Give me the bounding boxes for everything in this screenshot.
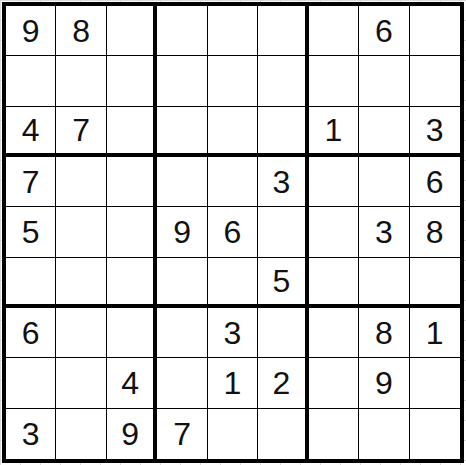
cell-r5c7[interactable] [309, 207, 359, 257]
page: 986471373659638563814129397 [0, 0, 466, 465]
cell-r7c6[interactable] [258, 308, 308, 358]
cell-r3c4[interactable] [157, 107, 207, 157]
cell-r7c1[interactable]: 6 [6, 308, 56, 358]
cell-r8c2[interactable] [56, 358, 106, 408]
cell-r3c5[interactable] [208, 107, 258, 157]
cell-r4c3[interactable] [107, 157, 157, 207]
cell-r2c9[interactable] [410, 56, 460, 106]
cell-r4c6[interactable]: 3 [258, 157, 308, 207]
cell-r5c6[interactable] [258, 207, 308, 257]
cell-r2c3[interactable] [107, 56, 157, 106]
cell-r5c5[interactable]: 6 [208, 207, 258, 257]
cell-r6c7[interactable] [309, 258, 359, 308]
cell-r9c1[interactable]: 3 [6, 409, 56, 459]
cell-r3c7[interactable]: 1 [309, 107, 359, 157]
cell-r7c2[interactable] [56, 308, 106, 358]
cell-r8c8[interactable]: 9 [359, 358, 409, 408]
cell-r1c2[interactable]: 8 [56, 6, 106, 56]
cell-r2c2[interactable] [56, 56, 106, 106]
cell-r6c3[interactable] [107, 258, 157, 308]
cell-r7c4[interactable] [157, 308, 207, 358]
cell-r9c7[interactable] [309, 409, 359, 459]
cell-r6c1[interactable] [6, 258, 56, 308]
cell-r8c7[interactable] [309, 358, 359, 408]
cell-r2c6[interactable] [258, 56, 308, 106]
cell-r9c2[interactable] [56, 409, 106, 459]
cell-r5c1[interactable]: 5 [6, 207, 56, 257]
cell-r7c7[interactable] [309, 308, 359, 358]
cell-r5c8[interactable]: 3 [359, 207, 409, 257]
cell-r4c8[interactable] [359, 157, 409, 207]
cell-r4c7[interactable] [309, 157, 359, 207]
cell-r9c4[interactable]: 7 [157, 409, 207, 459]
cell-r6c9[interactable] [410, 258, 460, 308]
cell-r8c4[interactable] [157, 358, 207, 408]
cell-r8c1[interactable] [6, 358, 56, 408]
cell-r4c2[interactable] [56, 157, 106, 207]
cell-r1c7[interactable] [309, 6, 359, 56]
cell-r4c5[interactable] [208, 157, 258, 207]
cell-r2c1[interactable] [6, 56, 56, 106]
cell-r8c9[interactable] [410, 358, 460, 408]
cell-r9c6[interactable] [258, 409, 308, 459]
cell-r8c5[interactable]: 1 [208, 358, 258, 408]
cell-r5c3[interactable] [107, 207, 157, 257]
cell-r9c3[interactable]: 9 [107, 409, 157, 459]
cell-r9c8[interactable] [359, 409, 409, 459]
cell-r2c4[interactable] [157, 56, 207, 106]
cell-r1c6[interactable] [258, 6, 308, 56]
sudoku-board: 986471373659638563814129397 [2, 2, 464, 463]
cell-r8c6[interactable]: 2 [258, 358, 308, 408]
cell-r2c7[interactable] [309, 56, 359, 106]
cell-r1c8[interactable]: 6 [359, 6, 409, 56]
cell-r1c1[interactable]: 9 [6, 6, 56, 56]
cell-r5c4[interactable]: 9 [157, 207, 207, 257]
cell-r6c5[interactable] [208, 258, 258, 308]
cell-r2c5[interactable] [208, 56, 258, 106]
cell-r2c8[interactable] [359, 56, 409, 106]
cell-r9c9[interactable] [410, 409, 460, 459]
cell-r8c3[interactable]: 4 [107, 358, 157, 408]
cell-r4c1[interactable]: 7 [6, 157, 56, 207]
cell-r1c4[interactable] [157, 6, 207, 56]
cell-r3c2[interactable]: 7 [56, 107, 106, 157]
cell-r9c5[interactable] [208, 409, 258, 459]
cell-r6c4[interactable] [157, 258, 207, 308]
cell-r7c5[interactable]: 3 [208, 308, 258, 358]
cell-r7c8[interactable]: 8 [359, 308, 409, 358]
cell-r1c9[interactable] [410, 6, 460, 56]
cell-r5c2[interactable] [56, 207, 106, 257]
cell-r3c6[interactable] [258, 107, 308, 157]
cell-r3c1[interactable]: 4 [6, 107, 56, 157]
cell-r6c6[interactable]: 5 [258, 258, 308, 308]
cell-r1c5[interactable] [208, 6, 258, 56]
cell-r6c2[interactable] [56, 258, 106, 308]
cell-r3c3[interactable] [107, 107, 157, 157]
cell-r3c8[interactable] [359, 107, 409, 157]
cell-r4c9[interactable]: 6 [410, 157, 460, 207]
cell-r7c9[interactable]: 1 [410, 308, 460, 358]
cell-r1c3[interactable] [107, 6, 157, 56]
cell-r4c4[interactable] [157, 157, 207, 207]
cell-r6c8[interactable] [359, 258, 409, 308]
cell-r3c9[interactable]: 3 [410, 107, 460, 157]
cell-r7c3[interactable] [107, 308, 157, 358]
cell-r5c9[interactable]: 8 [410, 207, 460, 257]
